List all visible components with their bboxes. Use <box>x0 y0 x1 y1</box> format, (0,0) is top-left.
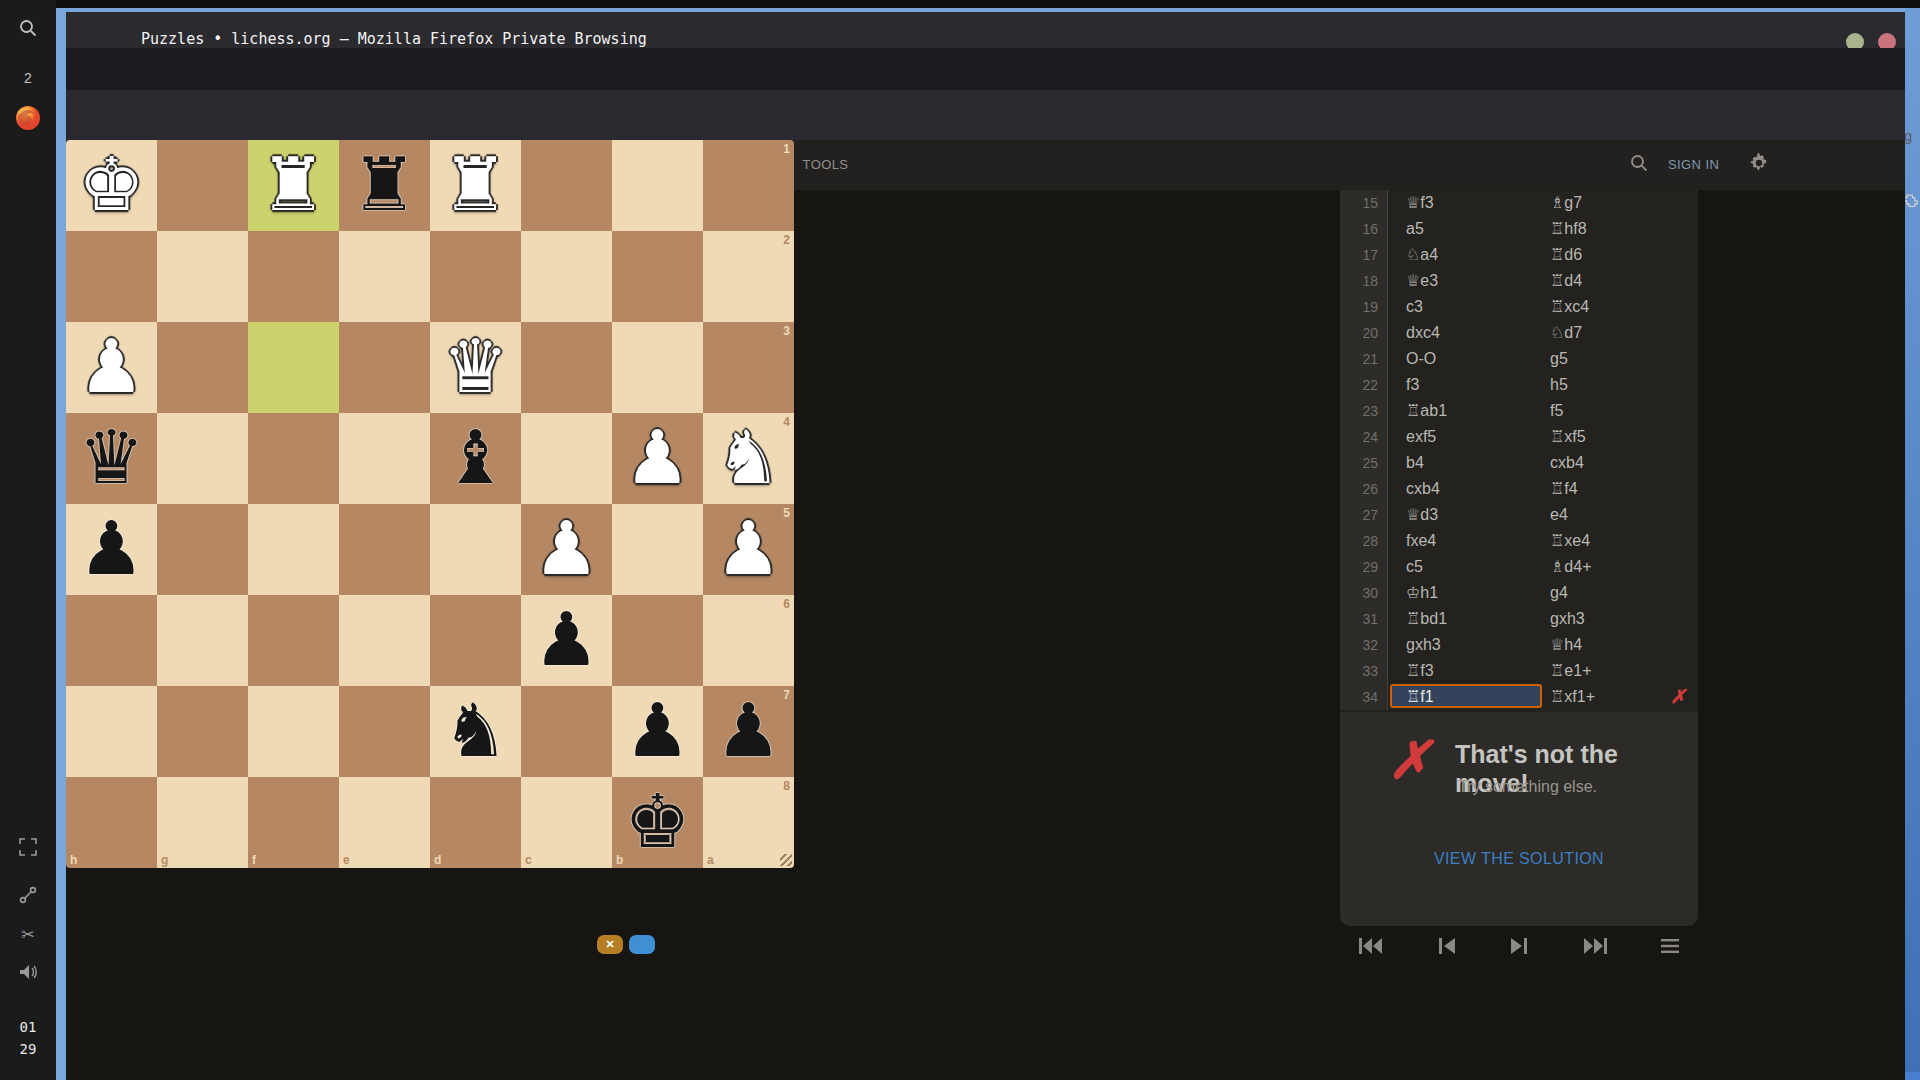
white-pawn[interactable]: ♟ <box>66 322 157 413</box>
move-number: 34 <box>1340 684 1388 710</box>
recording-timer: 0129 <box>0 1016 56 1060</box>
black-pawn[interactable]: ♟ <box>612 686 703 777</box>
move-number: 33 <box>1340 658 1388 684</box>
square-a2[interactable]: 2 <box>703 231 794 322</box>
square-c3[interactable] <box>521 322 612 413</box>
move-number: 20 <box>1340 320 1388 346</box>
rank-label: 7 <box>783 688 790 702</box>
current-move-white[interactable]: ♖f1 <box>1390 684 1542 708</box>
move-white[interactable]: ♔h1 <box>1388 580 1544 606</box>
move-number: 18 <box>1340 268 1388 294</box>
black-king[interactable]: ♚ <box>612 777 703 868</box>
move-white[interactable]: c5 <box>1388 554 1544 580</box>
move-black[interactable]: gxh3 <box>1544 606 1698 632</box>
square-a6[interactable]: 6 <box>703 595 794 686</box>
move-black[interactable]: ♖f4 <box>1544 476 1698 502</box>
move-number: 31 <box>1340 606 1388 632</box>
wrong-move-x-icon: ✗ <box>1388 730 1432 790</box>
tool-icon[interactable] <box>0 886 56 908</box>
previous-move-button[interactable] <box>1437 936 1457 960</box>
white-pawn[interactable]: ♟ <box>703 504 794 595</box>
square-e3[interactable] <box>339 322 430 413</box>
scissors-icon[interactable]: ✂ <box>0 925 56 944</box>
wrong-move-x-small-icon: ✗ <box>1670 684 1686 710</box>
square-h5[interactable]: ♟ <box>66 504 157 595</box>
move-row: 19c3♖xc4 <box>1340 294 1698 320</box>
move-black[interactable]: g4 <box>1544 580 1698 606</box>
square-f7[interactable] <box>248 686 339 777</box>
move-number: 28 <box>1340 528 1388 554</box>
move-number: 15 <box>1340 190 1388 216</box>
square-a8[interactable]: 8a <box>703 777 794 868</box>
move-number: 17 <box>1340 242 1388 268</box>
rank-label: 5 <box>783 506 790 520</box>
first-move-button[interactable] <box>1358 936 1384 960</box>
move-row: 22f3h5 <box>1340 372 1698 398</box>
white-knight[interactable]: ♞ <box>703 413 794 504</box>
square-a5[interactable]: ♟5 <box>703 504 794 595</box>
square-g7[interactable] <box>157 686 248 777</box>
square-a3[interactable]: 3 <box>703 322 794 413</box>
feedback-panel: ✗ That's not the move! Try something els… <box>1340 712 1698 926</box>
square-g6[interactable] <box>157 595 248 686</box>
move-black[interactable]: h5 <box>1544 372 1698 398</box>
speaker-icon[interactable] <box>0 963 56 985</box>
move-row: 26cxb4♖f4 <box>1340 476 1698 502</box>
firefox-icon[interactable] <box>0 104 56 136</box>
square-b5[interactable] <box>612 504 703 595</box>
move-number: 16 <box>1340 216 1388 242</box>
move-row: 25b4cxb4 <box>1340 450 1698 476</box>
move-white[interactable]: fxe4 <box>1388 528 1544 554</box>
move-number: 27 <box>1340 502 1388 528</box>
white-rook[interactable]: ♜ <box>430 140 521 231</box>
move-white[interactable]: O-O <box>1388 346 1544 372</box>
move-black[interactable]: e4 <box>1544 502 1698 528</box>
square-d3[interactable]: ♛ <box>430 322 521 413</box>
move-row: 33♖f3♖e1+ <box>1340 658 1698 684</box>
file-label: e <box>343 853 350 867</box>
move-black[interactable]: ♖d6 <box>1544 242 1698 268</box>
move-black[interactable]: ♖xc4 <box>1544 294 1698 320</box>
move-number: 32 <box>1340 632 1388 658</box>
rank-label: 2 <box>783 233 790 247</box>
workspace-badge: 2 <box>0 70 56 86</box>
rank-label: 8 <box>783 779 790 793</box>
file-label: g <box>161 853 168 867</box>
move-row: 30♔h1g4 <box>1340 580 1698 606</box>
black-bishop[interactable]: ♝ <box>430 413 521 504</box>
view-solution-link[interactable]: VIEW THE SOLUTION <box>1340 850 1698 868</box>
square-g4[interactable] <box>157 413 248 504</box>
window-title: Puzzles • lichess.org — Mozilla Firefox … <box>141 30 647 48</box>
move-white[interactable]: ♕f3 <box>1388 190 1544 216</box>
move-number: 23 <box>1340 398 1388 424</box>
move-row: 15♕f3♗g7 <box>1340 190 1698 216</box>
analysis-toggle-on-button[interactable] <box>629 935 655 954</box>
chess-board[interactable]: ♚♜♜♜12♟♛3♛♝♟♞4♟♟♟5♟6♞♟♟7hgfedc♚b8a <box>66 140 794 868</box>
file-label: b <box>616 853 623 867</box>
window-border-left <box>56 8 66 1080</box>
file-label: h <box>70 853 77 867</box>
move-black[interactable]: cxb4 <box>1544 450 1698 476</box>
move-row: 31♖bd1gxh3 <box>1340 606 1698 632</box>
square-h1[interactable]: ♚ <box>66 140 157 231</box>
square-b3[interactable] <box>612 322 703 413</box>
square-f5[interactable] <box>248 504 339 595</box>
square-d8[interactable]: d <box>430 777 521 868</box>
square-a7[interactable]: ♟7 <box>703 686 794 777</box>
square-g5[interactable] <box>157 504 248 595</box>
square-c2[interactable] <box>521 231 612 322</box>
white-pawn[interactable]: ♟ <box>521 504 612 595</box>
square-h8[interactable]: h <box>66 777 157 868</box>
square-d6[interactable] <box>430 595 521 686</box>
desktop-dock: 2 ✂ 0129 <box>0 0 56 1080</box>
rank-label: 3 <box>783 324 790 338</box>
move-row: 28fxe4♖xe4 <box>1340 528 1698 554</box>
sign-in-button[interactable]: SIGN IN <box>1668 157 1719 172</box>
square-e4[interactable] <box>339 413 430 504</box>
last-move-button[interactable] <box>1582 936 1608 960</box>
square-e8[interactable]: e <box>339 777 430 868</box>
settings-gear-icon[interactable] <box>1749 153 1769 177</box>
move-number: 22 <box>1340 372 1388 398</box>
square-d1[interactable]: ♜ <box>430 140 521 231</box>
browser-toolbar: ← → https://lichess.org/training/daily 9… <box>66 90 1905 140</box>
white-rook[interactable]: ♜ <box>248 140 339 231</box>
feedback-subtitle: Try something else. <box>1458 778 1597 796</box>
move-number: 29 <box>1340 554 1388 580</box>
square-b1[interactable] <box>612 140 703 231</box>
move-row: 32gxh3♕h4 <box>1340 632 1698 658</box>
square-e6[interactable] <box>339 595 430 686</box>
square-c6[interactable]: ♟ <box>521 595 612 686</box>
square-g2[interactable] <box>157 231 248 322</box>
move-white[interactable]: exf5 <box>1388 424 1544 450</box>
square-f4[interactable] <box>248 413 339 504</box>
black-pawn[interactable]: ♟ <box>66 504 157 595</box>
move-number: 24 <box>1340 424 1388 450</box>
black-knight[interactable]: ♞ <box>430 686 521 777</box>
move-white[interactable]: ♘a4 <box>1388 242 1544 268</box>
move-black[interactable]: ♗g7 <box>1544 190 1698 216</box>
square-e7[interactable] <box>339 686 430 777</box>
lichess-page: ♘lichess.org PLAY PUZZLES LEARN WATCH CO… <box>66 140 1905 1080</box>
board-resize-handle[interactable] <box>780 854 792 866</box>
move-list-menu-icon[interactable] <box>1660 938 1680 958</box>
move-white[interactable]: gxh3 <box>1388 632 1544 658</box>
move-number: 30 <box>1340 580 1388 606</box>
square-h3[interactable]: ♟ <box>66 322 157 413</box>
nav-tools[interactable]: TOOLS <box>803 157 849 172</box>
move-row: 20dxc4♘d7 <box>1340 320 1698 346</box>
square-f1[interactable]: ♜ <box>248 140 339 231</box>
square-f8[interactable]: f <box>248 777 339 868</box>
file-label: f <box>252 853 256 867</box>
black-pawn[interactable]: ♟ <box>703 686 794 777</box>
square-c8[interactable]: c <box>521 777 612 868</box>
move-row: 23♖ab1f5 <box>1340 398 1698 424</box>
site-search-icon[interactable] <box>1629 153 1649 177</box>
square-h4[interactable]: ♛ <box>66 413 157 504</box>
white-king[interactable]: ♚ <box>66 140 157 231</box>
square-b4[interactable]: ♟ <box>612 413 703 504</box>
move-row: 27♕d3e4 <box>1340 502 1698 528</box>
square-a4[interactable]: ♞4 <box>703 413 794 504</box>
square-d7[interactable]: ♞ <box>430 686 521 777</box>
move-black[interactable]: ♖xf5 <box>1544 424 1698 450</box>
black-queen[interactable]: ♛ <box>66 413 157 504</box>
move-number: 21 <box>1340 346 1388 372</box>
square-b2[interactable] <box>612 231 703 322</box>
move-black[interactable]: ♗d4+ <box>1544 554 1698 580</box>
square-b6[interactable] <box>612 595 703 686</box>
move-black[interactable]: f5 <box>1544 398 1698 424</box>
move-white[interactable]: ♖bd1 <box>1388 606 1544 632</box>
move-number: 26 <box>1340 476 1388 502</box>
square-h2[interactable] <box>66 231 157 322</box>
move-row: 21O-Og5 <box>1340 346 1698 372</box>
move-row: 24exf5♖xf5 <box>1340 424 1698 450</box>
move-black[interactable]: ♘d7 <box>1544 320 1698 346</box>
move-white[interactable]: f3 <box>1388 372 1544 398</box>
screen: 2 ✂ 0129 Puzzles • lichess.org — Mozilla… <box>0 0 1920 1080</box>
fullscreen-icon[interactable] <box>0 838 56 860</box>
move-white[interactable]: ♕e3 <box>1388 268 1544 294</box>
square-f6[interactable] <box>248 595 339 686</box>
next-move-button[interactable] <box>1509 936 1529 960</box>
move-row: 18♕e3♖d4 <box>1340 268 1698 294</box>
square-e2[interactable] <box>339 231 430 322</box>
file-label: c <box>525 853 532 867</box>
square-b7[interactable]: ♟ <box>612 686 703 777</box>
square-c4[interactable] <box>521 413 612 504</box>
move-white[interactable]: a5 <box>1388 216 1544 242</box>
black-rook[interactable]: ♜ <box>339 140 430 231</box>
rank-label: 4 <box>783 415 790 429</box>
move-black[interactable]: ♖d4 <box>1544 268 1698 294</box>
rank-label: 1 <box>783 142 790 156</box>
move-row: 29c5♗d4+ <box>1340 554 1698 580</box>
square-g8[interactable]: g <box>157 777 248 868</box>
square-h7[interactable] <box>66 686 157 777</box>
move-white[interactable]: c3 <box>1388 294 1544 320</box>
black-pawn[interactable]: ♟ <box>521 595 612 686</box>
square-d2[interactable] <box>430 231 521 322</box>
move-black[interactable]: g5 <box>1544 346 1698 372</box>
square-g1[interactable] <box>157 140 248 231</box>
square-g3[interactable] <box>157 322 248 413</box>
move-row: 16a5♖hf8 <box>1340 216 1698 242</box>
square-h6[interactable] <box>66 595 157 686</box>
move-white[interactable]: ♖ab1 <box>1388 398 1544 424</box>
file-label: a <box>707 853 714 867</box>
move-black[interactable]: ♖e1+ <box>1544 658 1698 684</box>
square-b8[interactable]: ♚b <box>612 777 703 868</box>
move-white[interactable]: ♖f3 <box>1388 658 1544 684</box>
replay-controls <box>1340 926 1698 970</box>
square-a1[interactable]: 1 <box>703 140 794 231</box>
square-d4[interactable]: ♝ <box>430 413 521 504</box>
move-white[interactable]: b4 <box>1388 450 1544 476</box>
move-black[interactable]: ♖xe4 <box>1544 528 1698 554</box>
window-border-right <box>1905 8 1920 1080</box>
move-row: 17♘a4♖d6 <box>1340 242 1698 268</box>
square-d5[interactable] <box>430 504 521 595</box>
square-c1[interactable] <box>521 140 612 231</box>
move-number: 25 <box>1340 450 1388 476</box>
square-e1[interactable]: ♜ <box>339 140 430 231</box>
move-row: 34♖f1♖xf1+✗ <box>1340 684 1698 710</box>
white-pawn[interactable]: ♟ <box>612 413 703 504</box>
white-queen[interactable]: ♛ <box>430 322 521 413</box>
move-white[interactable]: cxb4 <box>1388 476 1544 502</box>
square-f3[interactable] <box>248 322 339 413</box>
search-icon[interactable] <box>0 18 56 42</box>
move-black[interactable]: ♕h4 <box>1544 632 1698 658</box>
move-white[interactable]: ♕d3 <box>1388 502 1544 528</box>
tab-bar: ♞ Puzzles • lichess.org × + Private brow… <box>66 48 1905 90</box>
move-white[interactable]: dxc4 <box>1388 320 1544 346</box>
analysis-toggle-off-button[interactable]: ✕ <box>597 935 623 954</box>
rank-label: 6 <box>783 597 790 611</box>
move-black[interactable]: ♖hf8 <box>1544 216 1698 242</box>
window-titlebar[interactable]: Puzzles • lichess.org — Mozilla Firefox … <box>66 12 1905 48</box>
file-label: d <box>434 853 441 867</box>
square-c7[interactable] <box>521 686 612 777</box>
square-e5[interactable] <box>339 504 430 595</box>
move-number: 19 <box>1340 294 1388 320</box>
square-f2[interactable] <box>248 231 339 322</box>
square-c5[interactable]: ♟ <box>521 504 612 595</box>
